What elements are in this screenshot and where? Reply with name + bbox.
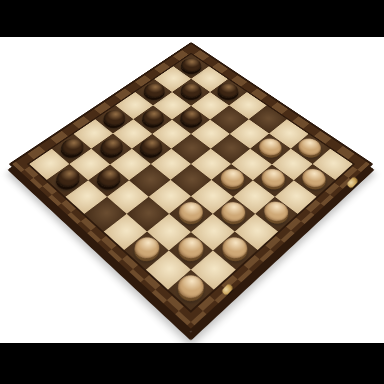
board-grid [29,54,353,310]
board-scene [0,37,384,343]
letterbox-top-bar [0,0,384,37]
photo-background [0,37,384,343]
letterbox-bottom-bar [0,343,384,384]
photo-stage [0,0,384,384]
checkers-board [9,42,374,333]
